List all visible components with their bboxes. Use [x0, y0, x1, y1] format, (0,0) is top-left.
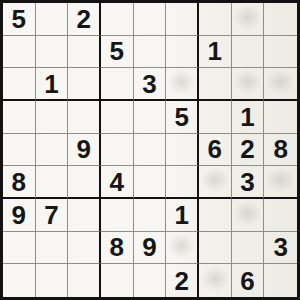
cell-r5c8-given-2[interactable]: 2	[232, 134, 265, 167]
cell-r9c6-given-2[interactable]: 2	[166, 264, 199, 297]
cell-r5c6-empty[interactable]	[166, 134, 199, 167]
cell-r6c7-empty[interactable]	[199, 166, 232, 199]
cell-r7c9-empty[interactable]	[264, 199, 297, 232]
cell-r1c9-empty[interactable]	[264, 3, 297, 36]
cell-r9c1-empty[interactable]	[3, 264, 36, 297]
cell-r2c3-empty[interactable]	[68, 36, 101, 69]
cell-r7c1-given-9[interactable]: 9	[3, 199, 36, 232]
cell-r5c5-empty[interactable]	[134, 134, 167, 167]
cell-r2c2-empty[interactable]	[36, 36, 69, 69]
cell-r3c2-given-1[interactable]: 1	[36, 68, 69, 101]
cell-r9c3-empty[interactable]	[68, 264, 101, 297]
cell-r2c7-given-1[interactable]: 1	[199, 36, 232, 69]
cell-r8c2-empty[interactable]	[36, 232, 69, 265]
cell-r4c5-empty[interactable]	[134, 101, 167, 134]
cell-r4c9-empty[interactable]	[264, 101, 297, 134]
cell-r4c6-given-5[interactable]: 5	[166, 101, 199, 134]
cell-r8c4-given-8[interactable]: 8	[101, 232, 134, 265]
cell-r3c6-empty[interactable]	[166, 68, 199, 101]
cell-r8c5-given-9[interactable]: 9	[134, 232, 167, 265]
cell-r4c8-given-1[interactable]: 1	[232, 101, 265, 134]
cell-r4c1-empty[interactable]	[3, 101, 36, 134]
cell-r8c8-empty[interactable]	[232, 232, 265, 265]
cell-r8c9-given-3[interactable]: 3	[264, 232, 297, 265]
cell-r3c1-empty[interactable]	[3, 68, 36, 101]
cell-r5c9-given-8[interactable]: 8	[264, 134, 297, 167]
cell-r5c4-empty[interactable]	[101, 134, 134, 167]
cell-r9c7-empty[interactable]	[199, 264, 232, 297]
cell-r9c8-given-6[interactable]: 6	[232, 264, 265, 297]
cell-r6c4-given-4[interactable]: 4	[101, 166, 134, 199]
cell-r3c3-empty[interactable]	[68, 68, 101, 101]
cell-r6c6-empty[interactable]	[166, 166, 199, 199]
cell-r1c5-empty[interactable]	[134, 3, 167, 36]
cell-r9c9-empty[interactable]	[264, 264, 297, 297]
cell-r7c2-given-7[interactable]: 7	[36, 199, 69, 232]
cell-r9c2-empty[interactable]	[36, 264, 69, 297]
cell-r9c4-empty[interactable]	[101, 264, 134, 297]
cell-r1c3-given-2[interactable]: 2	[68, 3, 101, 36]
cell-r4c7-empty[interactable]	[199, 101, 232, 134]
sudoku-board: 52511351962884397189326	[0, 0, 300, 300]
cell-r5c7-given-6[interactable]: 6	[199, 134, 232, 167]
cell-r5c1-empty[interactable]	[3, 134, 36, 167]
cell-r3c9-empty[interactable]	[264, 68, 297, 101]
cell-r3c8-empty[interactable]	[232, 68, 265, 101]
cell-r2c4-given-5[interactable]: 5	[101, 36, 134, 69]
cell-r5c3-given-9[interactable]: 9	[68, 134, 101, 167]
cell-r2c6-empty[interactable]	[166, 36, 199, 69]
cell-r7c8-empty[interactable]	[232, 199, 265, 232]
cell-r2c9-empty[interactable]	[264, 36, 297, 69]
cell-r6c3-empty[interactable]	[68, 166, 101, 199]
cell-r6c9-empty[interactable]	[264, 166, 297, 199]
cell-r1c1-given-5[interactable]: 5	[3, 3, 36, 36]
cell-r4c4-empty[interactable]	[101, 101, 134, 134]
cell-r9c5-empty[interactable]	[134, 264, 167, 297]
cell-r7c5-empty[interactable]	[134, 199, 167, 232]
cell-r4c2-empty[interactable]	[36, 101, 69, 134]
cell-r6c8-given-3[interactable]: 3	[232, 166, 265, 199]
cell-r4c3-empty[interactable]	[68, 101, 101, 134]
cell-r3c5-given-3[interactable]: 3	[134, 68, 167, 101]
cell-r1c6-empty[interactable]	[166, 3, 199, 36]
cell-r1c4-empty[interactable]	[101, 3, 134, 36]
cell-r1c2-empty[interactable]	[36, 3, 69, 36]
cell-r7c7-empty[interactable]	[199, 199, 232, 232]
cell-r7c4-empty[interactable]	[101, 199, 134, 232]
cell-r8c3-empty[interactable]	[68, 232, 101, 265]
cell-r8c7-empty[interactable]	[199, 232, 232, 265]
cell-r1c7-empty[interactable]	[199, 3, 232, 36]
cell-r6c2-empty[interactable]	[36, 166, 69, 199]
cell-r6c1-given-8[interactable]: 8	[3, 166, 36, 199]
cell-r8c1-empty[interactable]	[3, 232, 36, 265]
cell-r3c4-empty[interactable]	[101, 68, 134, 101]
cell-r7c3-empty[interactable]	[68, 199, 101, 232]
cell-r2c1-empty[interactable]	[3, 36, 36, 69]
cell-r8c6-empty[interactable]	[166, 232, 199, 265]
cell-r3c7-empty[interactable]	[199, 68, 232, 101]
cell-r5c2-empty[interactable]	[36, 134, 69, 167]
cell-r7c6-given-1[interactable]: 1	[166, 199, 199, 232]
cell-r2c8-empty[interactable]	[232, 36, 265, 69]
cell-r2c5-empty[interactable]	[134, 36, 167, 69]
cell-r1c8-empty[interactable]	[232, 3, 265, 36]
cell-r6c5-empty[interactable]	[134, 166, 167, 199]
